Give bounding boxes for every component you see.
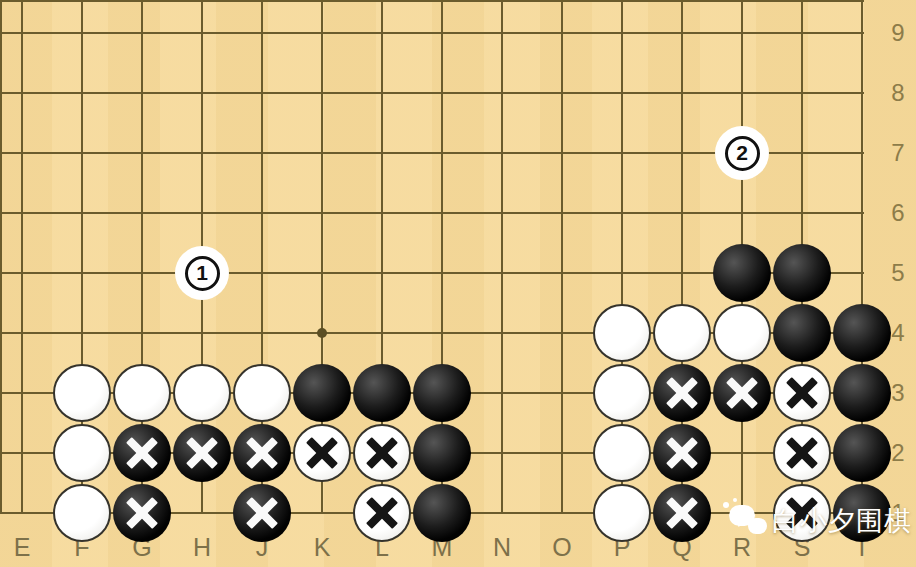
x-mark-icon: [233, 424, 291, 482]
stone-white-R4: [713, 304, 771, 362]
stone-white-K2-x: [293, 424, 351, 482]
stone-black-M3: [413, 364, 471, 422]
stone-black-T4: [833, 304, 891, 362]
x-mark-icon: [775, 366, 829, 420]
row-label-6: 6: [883, 199, 913, 227]
grid-line-row-6: [0, 212, 864, 214]
col-label-E: E: [7, 533, 37, 562]
watermark: 白小夕围棋: [722, 499, 912, 543]
stone-white-F1: [53, 484, 111, 542]
grid-line-col-E: [21, 0, 23, 514]
col-label-N: N: [487, 533, 517, 562]
row-label-8: 8: [883, 79, 913, 107]
x-mark-icon: [775, 426, 829, 480]
stone-white-Q4: [653, 304, 711, 362]
annotation-circle-2: 2: [715, 126, 769, 180]
stone-white-P2: [593, 424, 651, 482]
stone-black-M2: [413, 424, 471, 482]
board-edge-top: [0, 0, 864, 2]
col-label-O: O: [547, 533, 577, 562]
x-mark-icon: [355, 486, 409, 540]
stone-white-J3: [233, 364, 291, 422]
watermark-text: 白小夕围棋: [772, 503, 912, 539]
stone-white-P4: [593, 304, 651, 362]
circled-number-1: 1: [185, 256, 220, 291]
stone-black-Q1-x: [653, 484, 711, 542]
x-mark-icon: [295, 426, 349, 480]
stone-black-T3: [833, 364, 891, 422]
stone-black-Q3-x: [653, 364, 711, 422]
annotation-circle-1: 1: [175, 246, 229, 300]
stone-black-S5: [773, 244, 831, 302]
star-point-K4: [317, 328, 327, 338]
stone-white-F2: [53, 424, 111, 482]
stone-white-F3: [53, 364, 111, 422]
x-mark-icon: [653, 424, 711, 482]
x-mark-icon: [113, 484, 171, 542]
row-label-9: 9: [883, 19, 913, 47]
stone-black-L3: [353, 364, 411, 422]
x-mark-icon: [713, 364, 771, 422]
stone-white-L2-x: [353, 424, 411, 482]
stone-black-G1-x: [113, 484, 171, 542]
x-mark-icon: [653, 484, 711, 542]
stone-black-M1: [413, 484, 471, 542]
stone-black-S4: [773, 304, 831, 362]
board-edge-left: [0, 0, 2, 514]
grid-line-col-O: [561, 0, 563, 514]
stone-black-Q2-x: [653, 424, 711, 482]
stone-white-H3: [173, 364, 231, 422]
stone-black-R3-x: [713, 364, 771, 422]
x-mark-icon: [113, 424, 171, 482]
row-label-5: 5: [883, 259, 913, 287]
stone-white-L1-x: [353, 484, 411, 542]
x-mark-icon: [355, 426, 409, 480]
stone-black-J1-x: [233, 484, 291, 542]
stone-white-S3-x: [773, 364, 831, 422]
stone-black-G2-x: [113, 424, 171, 482]
x-mark-icon: [653, 364, 711, 422]
stone-white-P3: [593, 364, 651, 422]
stone-white-G3: [113, 364, 171, 422]
col-label-H: H: [187, 533, 217, 562]
stone-black-R5: [713, 244, 771, 302]
go-board: 白小夕围棋 12EFGHJKLMNOPQRST987654321: [0, 0, 916, 567]
stone-black-H2-x: [173, 424, 231, 482]
col-label-K: K: [307, 533, 337, 562]
stone-white-P1: [593, 484, 651, 542]
stone-white-S2-x: [773, 424, 831, 482]
x-mark-icon: [173, 424, 231, 482]
x-mark-icon: [233, 484, 291, 542]
circled-number-2: 2: [725, 136, 760, 171]
row-label-7: 7: [883, 139, 913, 167]
stone-black-K3: [293, 364, 351, 422]
chat-bubbles-icon: [722, 500, 770, 542]
stone-black-J2-x: [233, 424, 291, 482]
grid-line-row-8: [0, 92, 864, 94]
grid-line-row-9: [0, 32, 864, 34]
stone-black-T2: [833, 424, 891, 482]
grid-line-col-N: [501, 0, 503, 514]
